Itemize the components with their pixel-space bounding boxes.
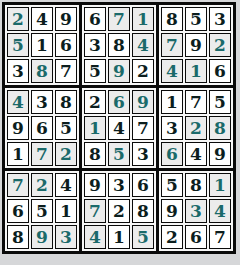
cell-r2c2[interactable]: 1 [31, 33, 53, 57]
cell-r8c3[interactable]: 1 [55, 199, 77, 223]
cell-r8c4[interactable]: 7 [84, 199, 106, 223]
box-2-3: 175328649 [159, 88, 233, 168]
cell-r2c9[interactable]: 2 [209, 33, 231, 57]
cell-r2c8[interactable]: 9 [185, 33, 207, 57]
cell-r1c5[interactable]: 7 [108, 7, 130, 31]
box-3-3: 581934267 [159, 171, 233, 251]
cell-r2c4[interactable]: 3 [84, 33, 106, 57]
cell-r7c3[interactable]: 4 [55, 173, 77, 197]
cell-r2c6[interactable]: 4 [132, 33, 154, 57]
cell-r4c6[interactable]: 9 [132, 90, 154, 114]
cell-r7c1[interactable]: 7 [7, 173, 29, 197]
cell-r5c7[interactable]: 3 [161, 116, 183, 140]
cell-r4c5[interactable]: 6 [108, 90, 130, 114]
cell-r1c8[interactable]: 5 [185, 7, 207, 31]
cell-r4c3[interactable]: 8 [55, 90, 77, 114]
cell-r3c6[interactable]: 2 [132, 59, 154, 83]
cell-r6c6[interactable]: 3 [132, 142, 154, 166]
cell-r9c4[interactable]: 4 [84, 225, 106, 249]
cell-r5c2[interactable]: 6 [31, 116, 53, 140]
cell-r6c5[interactable]: 5 [108, 142, 130, 166]
cell-r3c8[interactable]: 1 [185, 59, 207, 83]
box-2-2: 269147853 [82, 88, 156, 168]
cell-r6c3[interactable]: 2 [55, 142, 77, 166]
cell-r5c9[interactable]: 8 [209, 116, 231, 140]
box-1-3: 853792416 [159, 5, 233, 85]
cell-r1c7[interactable]: 8 [161, 7, 183, 31]
cell-r9c9[interactable]: 7 [209, 225, 231, 249]
cell-r3c2[interactable]: 8 [31, 59, 53, 83]
cell-r9c6[interactable]: 5 [132, 225, 154, 249]
cell-r2c3[interactable]: 6 [55, 33, 77, 57]
cell-r8c9[interactable]: 4 [209, 199, 231, 223]
cell-r6c7[interactable]: 6 [161, 142, 183, 166]
cell-r5c1[interactable]: 9 [7, 116, 29, 140]
cell-r5c8[interactable]: 2 [185, 116, 207, 140]
cell-r1c9[interactable]: 3 [209, 7, 231, 31]
cell-r9c5[interactable]: 1 [108, 225, 130, 249]
cell-r1c6[interactable]: 1 [132, 7, 154, 31]
cell-r6c1[interactable]: 1 [7, 142, 29, 166]
cell-r3c7[interactable]: 4 [161, 59, 183, 83]
cell-r4c4[interactable]: 2 [84, 90, 106, 114]
cell-r6c4[interactable]: 8 [84, 142, 106, 166]
cell-r4c8[interactable]: 7 [185, 90, 207, 114]
cell-r3c1[interactable]: 3 [7, 59, 29, 83]
cell-r5c3[interactable]: 5 [55, 116, 77, 140]
cell-r4c7[interactable]: 1 [161, 90, 183, 114]
cell-r6c9[interactable]: 9 [209, 142, 231, 166]
cell-r3c5[interactable]: 9 [108, 59, 130, 83]
cell-r6c8[interactable]: 4 [185, 142, 207, 166]
cell-r1c4[interactable]: 6 [84, 7, 106, 31]
cell-r3c9[interactable]: 6 [209, 59, 231, 83]
cell-r3c4[interactable]: 5 [84, 59, 106, 83]
cell-r7c8[interactable]: 8 [185, 173, 207, 197]
cell-r5c6[interactable]: 7 [132, 116, 154, 140]
cell-r9c2[interactable]: 9 [31, 225, 53, 249]
cell-r1c3[interactable]: 9 [55, 7, 77, 31]
cell-r8c1[interactable]: 6 [7, 199, 29, 223]
cell-r8c5[interactable]: 2 [108, 199, 130, 223]
cell-r9c1[interactable]: 8 [7, 225, 29, 249]
cell-r1c2[interactable]: 4 [31, 7, 53, 31]
cell-r8c7[interactable]: 9 [161, 199, 183, 223]
cell-r7c7[interactable]: 5 [161, 173, 183, 197]
cell-r5c5[interactable]: 4 [108, 116, 130, 140]
cell-r8c6[interactable]: 8 [132, 199, 154, 223]
cell-r2c1[interactable]: 5 [7, 33, 29, 57]
cell-r4c2[interactable]: 3 [31, 90, 53, 114]
box-1-2: 671384592 [82, 5, 156, 85]
cell-r9c7[interactable]: 2 [161, 225, 183, 249]
cell-r5c4[interactable]: 1 [84, 116, 106, 140]
cell-r4c9[interactable]: 5 [209, 90, 231, 114]
sudoku-board: 2495163876713845928537924164389651722691… [2, 2, 236, 254]
cell-r7c2[interactable]: 2 [31, 173, 53, 197]
cell-r1c1[interactable]: 2 [7, 7, 29, 31]
box-3-2: 936728415 [82, 171, 156, 251]
cell-r2c5[interactable]: 8 [108, 33, 130, 57]
cell-r8c8[interactable]: 3 [185, 199, 207, 223]
cell-r2c7[interactable]: 7 [161, 33, 183, 57]
cell-r9c8[interactable]: 6 [185, 225, 207, 249]
cell-r3c3[interactable]: 7 [55, 59, 77, 83]
box-1-1: 249516387 [5, 5, 79, 85]
cell-r8c2[interactable]: 5 [31, 199, 53, 223]
cell-r9c3[interactable]: 3 [55, 225, 77, 249]
cell-r7c5[interactable]: 3 [108, 173, 130, 197]
cell-r7c6[interactable]: 6 [132, 173, 154, 197]
box-2-1: 438965172 [5, 88, 79, 168]
box-3-1: 724651893 [5, 171, 79, 251]
cell-r7c9[interactable]: 1 [209, 173, 231, 197]
cell-r4c1[interactable]: 4 [7, 90, 29, 114]
cell-r7c4[interactable]: 9 [84, 173, 106, 197]
cell-r6c2[interactable]: 7 [31, 142, 53, 166]
